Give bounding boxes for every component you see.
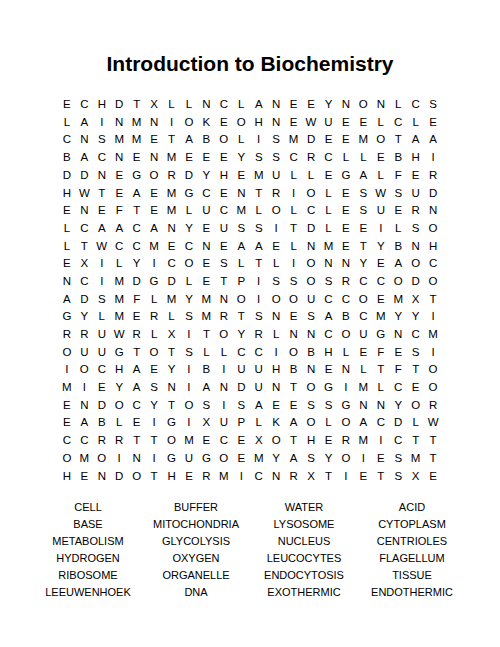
grid-cell-r11c19[interactable]: C <box>372 273 389 291</box>
grid-cell-r2c7[interactable]: I <box>163 114 180 132</box>
grid-cell-r11c3[interactable]: I <box>93 273 110 291</box>
grid-cell-r10c19[interactable]: E <box>372 255 389 273</box>
grid-cell-r9c13[interactable]: E <box>267 238 284 256</box>
grid-cell-r9c20[interactable]: B <box>390 238 407 256</box>
grid-cell-r10c20[interactable]: A <box>390 255 407 273</box>
grid-cell-r18c18[interactable]: N <box>355 397 372 415</box>
grid-cell-r13c20[interactable]: Y <box>390 308 407 326</box>
grid-cell-r22c5[interactable]: O <box>128 467 145 485</box>
grid-cell-r9c16[interactable]: M <box>320 238 337 256</box>
grid-cell-r21c7[interactable]: G <box>163 450 180 468</box>
grid-cell-r7c16[interactable]: L <box>320 202 337 220</box>
grid-cell-r19c4[interactable]: L <box>111 414 128 432</box>
grid-cell-r12c12[interactable]: I <box>250 291 267 309</box>
grid-cell-r8c14[interactable]: T <box>285 220 302 238</box>
grid-cell-r11c16[interactable]: S <box>320 273 337 291</box>
grid-cell-r20c18[interactable]: M <box>355 432 372 450</box>
grid-cell-r21c10[interactable]: O <box>215 450 232 468</box>
grid-cell-r5c14[interactable]: L <box>285 167 302 185</box>
grid-cell-r8c3[interactable]: A <box>93 220 110 238</box>
grid-cell-r9c22[interactable]: H <box>424 238 441 256</box>
grid-cell-r3c6[interactable]: E <box>145 131 162 149</box>
grid-cell-r3c11[interactable]: L <box>233 131 250 149</box>
grid-cell-r2c3[interactable]: I <box>93 114 110 132</box>
grid-cell-r10c15[interactable]: O <box>302 255 319 273</box>
grid-cell-r17c8[interactable]: I <box>180 379 197 397</box>
grid-cell-r7c10[interactable]: C <box>215 202 232 220</box>
grid-cell-r2c2[interactable]: A <box>76 114 93 132</box>
grid-cell-r22c7[interactable]: H <box>163 467 180 485</box>
grid-cell-r7c3[interactable]: E <box>93 202 110 220</box>
grid-cell-r19c21[interactable]: L <box>407 414 424 432</box>
grid-cell-r10c2[interactable]: X <box>76 255 93 273</box>
grid-cell-r16c20[interactable]: F <box>390 361 407 379</box>
grid-cell-r20c20[interactable]: C <box>390 432 407 450</box>
grid-cell-r4c21[interactable]: H <box>407 149 424 167</box>
grid-cell-r4c3[interactable]: C <box>93 149 110 167</box>
grid-cell-r3c1[interactable]: C <box>58 131 75 149</box>
grid-cell-r7c7[interactable]: M <box>163 202 180 220</box>
grid-cell-r15c9[interactable]: L <box>198 344 215 362</box>
grid-cell-r9c5[interactable]: C <box>128 238 145 256</box>
grid-cell-r19c10[interactable]: U <box>215 414 232 432</box>
grid-cell-r15c17[interactable]: L <box>337 344 354 362</box>
grid-cell-r8c5[interactable]: C <box>128 220 145 238</box>
grid-cell-r3c21[interactable]: A <box>407 131 424 149</box>
grid-cell-r22c1[interactable]: H <box>58 467 75 485</box>
grid-cell-r9c11[interactable]: A <box>233 238 250 256</box>
grid-cell-r10c7[interactable]: C <box>163 255 180 273</box>
grid-cell-r22c2[interactable]: E <box>76 467 93 485</box>
grid-cell-r12c4[interactable]: M <box>111 291 128 309</box>
grid-cell-r13c11[interactable]: T <box>233 308 250 326</box>
grid-cell-r13c1[interactable]: G <box>58 308 75 326</box>
grid-cell-r10c4[interactable]: L <box>111 255 128 273</box>
grid-cell-r12c9[interactable]: M <box>198 291 215 309</box>
grid-cell-r10c12[interactable]: T <box>250 255 267 273</box>
grid-cell-r1c3[interactable]: H <box>93 96 110 114</box>
grid-cell-r2c17[interactable]: E <box>337 114 354 132</box>
grid-cell-r2c12[interactable]: H <box>250 114 267 132</box>
grid-cell-r21c12[interactable]: M <box>250 450 267 468</box>
grid-cell-r4c8[interactable]: E <box>180 149 197 167</box>
grid-cell-r12c5[interactable]: F <box>128 291 145 309</box>
grid-cell-r15c5[interactable]: T <box>128 344 145 362</box>
grid-cell-r1c22[interactable]: S <box>424 96 441 114</box>
grid-cell-r16c15[interactable]: N <box>302 361 319 379</box>
grid-cell-r9c6[interactable]: M <box>145 238 162 256</box>
grid-cell-r1c21[interactable]: C <box>407 96 424 114</box>
grid-cell-r18c5[interactable]: C <box>128 397 145 415</box>
grid-cell-r9c2[interactable]: T <box>76 238 93 256</box>
grid-cell-r13c4[interactable]: M <box>111 308 128 326</box>
grid-cell-r7c1[interactable]: E <box>58 202 75 220</box>
grid-cell-r21c8[interactable]: U <box>180 450 197 468</box>
grid-cell-r18c11[interactable]: S <box>233 397 250 415</box>
grid-cell-r13c7[interactable]: L <box>163 308 180 326</box>
grid-cell-r19c13[interactable]: K <box>267 414 284 432</box>
grid-cell-r19c15[interactable]: O <box>302 414 319 432</box>
grid-cell-r22c16[interactable]: T <box>320 467 337 485</box>
grid-cell-r2c5[interactable]: M <box>128 114 145 132</box>
grid-cell-r2c15[interactable]: W <box>302 114 319 132</box>
grid-cell-r19c19[interactable]: C <box>372 414 389 432</box>
grid-cell-r3c2[interactable]: N <box>76 131 93 149</box>
grid-cell-r14c10[interactable]: O <box>215 326 232 344</box>
grid-cell-r17c10[interactable]: N <box>215 379 232 397</box>
grid-cell-r6c19[interactable]: W <box>372 184 389 202</box>
grid-cell-r21c11[interactable]: E <box>233 450 250 468</box>
grid-cell-r12c6[interactable]: L <box>145 291 162 309</box>
grid-cell-r16c5[interactable]: A <box>128 361 145 379</box>
grid-cell-r14c21[interactable]: C <box>407 326 424 344</box>
grid-cell-r12c11[interactable]: O <box>233 291 250 309</box>
grid-cell-r6c8[interactable]: G <box>180 184 197 202</box>
grid-cell-r19c5[interactable]: E <box>128 414 145 432</box>
grid-cell-r20c8[interactable]: M <box>180 432 197 450</box>
grid-cell-r21c9[interactable]: G <box>198 450 215 468</box>
grid-cell-r12c18[interactable]: O <box>355 291 372 309</box>
grid-cell-r19c9[interactable]: X <box>198 414 215 432</box>
grid-cell-r8c4[interactable]: A <box>111 220 128 238</box>
grid-cell-r3c18[interactable]: M <box>355 131 372 149</box>
grid-cell-r4c16[interactable]: C <box>320 149 337 167</box>
grid-cell-r14c12[interactable]: R <box>250 326 267 344</box>
grid-cell-r2c11[interactable]: O <box>233 114 250 132</box>
grid-cell-r8c17[interactable]: E <box>337 220 354 238</box>
grid-cell-r22c4[interactable]: D <box>111 467 128 485</box>
grid-cell-r11c13[interactable]: S <box>267 273 284 291</box>
grid-cell-r16c13[interactable]: H <box>267 361 284 379</box>
grid-cell-r19c16[interactable]: L <box>320 414 337 432</box>
grid-cell-r19c14[interactable]: A <box>285 414 302 432</box>
grid-cell-r1c16[interactable]: Y <box>320 96 337 114</box>
grid-cell-r6c14[interactable]: I <box>285 184 302 202</box>
grid-cell-r10c3[interactable]: I <box>93 255 110 273</box>
grid-cell-r11c2[interactable]: C <box>76 273 93 291</box>
grid-cell-r12c3[interactable]: S <box>93 291 110 309</box>
grid-cell-r13c17[interactable]: B <box>337 308 354 326</box>
grid-cell-r22c9[interactable]: R <box>198 467 215 485</box>
grid-cell-r7c5[interactable]: T <box>128 202 145 220</box>
grid-cell-r19c20[interactable]: D <box>390 414 407 432</box>
grid-cell-r16c6[interactable]: E <box>145 361 162 379</box>
grid-cell-r20c14[interactable]: T <box>285 432 302 450</box>
grid-cell-r8c9[interactable]: E <box>198 220 215 238</box>
grid-cell-r18c13[interactable]: E <box>267 397 284 415</box>
grid-cell-r18c2[interactable]: N <box>76 397 93 415</box>
grid-cell-r1c15[interactable]: E <box>302 96 319 114</box>
grid-cell-r1c6[interactable]: X <box>145 96 162 114</box>
grid-cell-r5c3[interactable]: N <box>93 167 110 185</box>
grid-cell-r10c17[interactable]: N <box>337 255 354 273</box>
grid-cell-r15c2[interactable]: U <box>76 344 93 362</box>
grid-cell-r4c4[interactable]: N <box>111 149 128 167</box>
grid-cell-r10c1[interactable]: E <box>58 255 75 273</box>
grid-cell-r13c16[interactable]: A <box>320 308 337 326</box>
grid-cell-r8c2[interactable]: C <box>76 220 93 238</box>
grid-cell-r7c12[interactable]: L <box>250 202 267 220</box>
grid-cell-r1c17[interactable]: N <box>337 96 354 114</box>
grid-cell-r10c14[interactable]: I <box>285 255 302 273</box>
grid-cell-r13c13[interactable]: N <box>267 308 284 326</box>
grid-cell-r2c9[interactable]: K <box>198 114 215 132</box>
grid-cell-r20c19[interactable]: I <box>372 432 389 450</box>
grid-cell-r16c4[interactable]: H <box>111 361 128 379</box>
grid-cell-r16c18[interactable]: L <box>355 361 372 379</box>
grid-cell-r16c16[interactable]: E <box>320 361 337 379</box>
grid-cell-r4c14[interactable]: C <box>285 149 302 167</box>
grid-cell-r6c22[interactable]: D <box>424 184 441 202</box>
grid-cell-r11c5[interactable]: D <box>128 273 145 291</box>
grid-cell-r14c15[interactable]: N <box>302 326 319 344</box>
grid-cell-r5c7[interactable]: R <box>163 167 180 185</box>
grid-cell-r14c18[interactable]: U <box>355 326 372 344</box>
grid-cell-r11c22[interactable]: O <box>424 273 441 291</box>
grid-cell-r22c15[interactable]: X <box>302 467 319 485</box>
grid-cell-r6c9[interactable]: C <box>198 184 215 202</box>
grid-cell-r16c11[interactable]: U <box>233 361 250 379</box>
grid-cell-r21c21[interactable]: M <box>407 450 424 468</box>
grid-cell-r9c17[interactable]: E <box>337 238 354 256</box>
grid-cell-r16c10[interactable]: I <box>215 361 232 379</box>
grid-cell-r1c2[interactable]: C <box>76 96 93 114</box>
grid-cell-r2c6[interactable]: N <box>145 114 162 132</box>
grid-cell-r5c1[interactable]: D <box>58 167 75 185</box>
grid-cell-r8c19[interactable]: I <box>372 220 389 238</box>
grid-cell-r12c14[interactable]: O <box>285 291 302 309</box>
grid-cell-r9c1[interactable]: L <box>58 238 75 256</box>
grid-cell-r21c19[interactable]: E <box>372 450 389 468</box>
grid-cell-r10c13[interactable]: L <box>267 255 284 273</box>
grid-cell-r5c2[interactable]: D <box>76 167 93 185</box>
grid-cell-r1c1[interactable]: E <box>58 96 75 114</box>
grid-cell-r14c3[interactable]: U <box>93 326 110 344</box>
grid-cell-r15c12[interactable]: C <box>250 344 267 362</box>
grid-cell-r20c1[interactable]: C <box>58 432 75 450</box>
grid-cell-r3c5[interactable]: M <box>128 131 145 149</box>
grid-cell-r10c22[interactable]: C <box>424 255 441 273</box>
grid-cell-r17c15[interactable]: O <box>302 379 319 397</box>
grid-cell-r4c10[interactable]: E <box>215 149 232 167</box>
grid-cell-r6c15[interactable]: O <box>302 184 319 202</box>
grid-cell-r6c12[interactable]: T <box>250 184 267 202</box>
grid-cell-r20c4[interactable]: R <box>111 432 128 450</box>
grid-cell-r9c3[interactable]: W <box>93 238 110 256</box>
grid-cell-r21c13[interactable]: Y <box>267 450 284 468</box>
grid-cell-r9c21[interactable]: N <box>407 238 424 256</box>
grid-cell-r1c11[interactable]: L <box>233 96 250 114</box>
grid-cell-r11c4[interactable]: M <box>111 273 128 291</box>
grid-cell-r15c4[interactable]: G <box>111 344 128 362</box>
grid-cell-r18c3[interactable]: D <box>93 397 110 415</box>
grid-cell-r17c9[interactable]: A <box>198 379 215 397</box>
grid-cell-r9c7[interactable]: E <box>163 238 180 256</box>
grid-cell-r22c11[interactable]: I <box>233 467 250 485</box>
grid-cell-r2c4[interactable]: N <box>111 114 128 132</box>
grid-cell-r17c16[interactable]: G <box>320 379 337 397</box>
grid-cell-r16c3[interactable]: C <box>93 361 110 379</box>
grid-cell-r20c5[interactable]: T <box>128 432 145 450</box>
grid-cell-r12c1[interactable]: A <box>58 291 75 309</box>
grid-cell-r21c5[interactable]: N <box>128 450 145 468</box>
grid-cell-r16c22[interactable]: O <box>424 361 441 379</box>
grid-cell-r10c21[interactable]: O <box>407 255 424 273</box>
grid-cell-r3c7[interactable]: T <box>163 131 180 149</box>
grid-cell-r5c15[interactable]: L <box>302 167 319 185</box>
grid-cell-r21c1[interactable]: O <box>58 450 75 468</box>
grid-cell-r16c19[interactable]: T <box>372 361 389 379</box>
grid-cell-r21c22[interactable]: T <box>424 450 441 468</box>
grid-cell-r3c20[interactable]: T <box>390 131 407 149</box>
grid-cell-r5c18[interactable]: A <box>355 167 372 185</box>
grid-cell-r14c6[interactable]: L <box>145 326 162 344</box>
grid-cell-r18c6[interactable]: Y <box>145 397 162 415</box>
grid-cell-r2c13[interactable]: N <box>267 114 284 132</box>
grid-cell-r16c1[interactable]: I <box>58 361 75 379</box>
grid-cell-r5c19[interactable]: L <box>372 167 389 185</box>
grid-cell-r5c22[interactable]: R <box>424 167 441 185</box>
grid-cell-r17c1[interactable]: M <box>58 379 75 397</box>
grid-cell-r15c16[interactable]: H <box>320 344 337 362</box>
grid-cell-r10c18[interactable]: Y <box>355 255 372 273</box>
grid-cell-r18c16[interactable]: S <box>320 397 337 415</box>
grid-cell-r6c11[interactable]: N <box>233 184 250 202</box>
grid-cell-r5c4[interactable]: E <box>111 167 128 185</box>
grid-cell-r14c13[interactable]: L <box>267 326 284 344</box>
grid-cell-r6c1[interactable]: H <box>58 184 75 202</box>
grid-cell-r15c15[interactable]: B <box>302 344 319 362</box>
grid-cell-r3c15[interactable]: D <box>302 131 319 149</box>
grid-cell-r18c10[interactable]: I <box>215 397 232 415</box>
grid-cell-r19c6[interactable]: I <box>145 414 162 432</box>
grid-cell-r19c1[interactable]: E <box>58 414 75 432</box>
grid-cell-r8c6[interactable]: A <box>145 220 162 238</box>
grid-cell-r8c12[interactable]: S <box>250 220 267 238</box>
grid-cell-r21c20[interactable]: S <box>390 450 407 468</box>
grid-cell-r10c9[interactable]: E <box>198 255 215 273</box>
grid-cell-r6c2[interactable]: W <box>76 184 93 202</box>
grid-cell-r20c12[interactable]: X <box>250 432 267 450</box>
grid-cell-r14c16[interactable]: C <box>320 326 337 344</box>
grid-cell-r22c17[interactable]: I <box>337 467 354 485</box>
grid-cell-r11c20[interactable]: O <box>390 273 407 291</box>
grid-cell-r1c10[interactable]: C <box>215 96 232 114</box>
grid-cell-r12c13[interactable]: O <box>267 291 284 309</box>
grid-cell-r1c19[interactable]: N <box>372 96 389 114</box>
grid-cell-r3c14[interactable]: M <box>285 131 302 149</box>
grid-cell-r7c22[interactable]: N <box>424 202 441 220</box>
grid-cell-r10c8[interactable]: O <box>180 255 197 273</box>
grid-cell-r19c17[interactable]: O <box>337 414 354 432</box>
grid-cell-r3c4[interactable]: M <box>111 131 128 149</box>
grid-cell-r7c6[interactable]: E <box>145 202 162 220</box>
grid-cell-r3c8[interactable]: A <box>180 131 197 149</box>
grid-cell-r20c10[interactable]: C <box>215 432 232 450</box>
grid-cell-r22c14[interactable]: R <box>285 467 302 485</box>
grid-cell-r6c21[interactable]: U <box>407 184 424 202</box>
grid-cell-r1c20[interactable]: L <box>390 96 407 114</box>
grid-cell-r14c2[interactable]: R <box>76 326 93 344</box>
grid-cell-r14c1[interactable]: R <box>58 326 75 344</box>
grid-cell-r13c5[interactable]: E <box>128 308 145 326</box>
grid-cell-r15c11[interactable]: C <box>233 344 250 362</box>
grid-cell-r17c7[interactable]: N <box>163 379 180 397</box>
grid-cell-r4c13[interactable]: S <box>267 149 284 167</box>
grid-cell-r1c12[interactable]: A <box>250 96 267 114</box>
grid-cell-r14c19[interactable]: G <box>372 326 389 344</box>
grid-cell-r13c12[interactable]: S <box>250 308 267 326</box>
grid-cell-r16c12[interactable]: U <box>250 361 267 379</box>
grid-cell-r14c17[interactable]: O <box>337 326 354 344</box>
grid-cell-r9c4[interactable]: C <box>111 238 128 256</box>
grid-cell-r19c18[interactable]: A <box>355 414 372 432</box>
grid-cell-r22c6[interactable]: T <box>145 467 162 485</box>
grid-cell-r15c3[interactable]: U <box>93 344 110 362</box>
grid-cell-r20c9[interactable]: E <box>198 432 215 450</box>
grid-cell-r18c20[interactable]: Y <box>390 397 407 415</box>
grid-cell-r1c4[interactable]: D <box>111 96 128 114</box>
grid-cell-r17c11[interactable]: D <box>233 379 250 397</box>
grid-cell-r18c15[interactable]: S <box>302 397 319 415</box>
grid-cell-r11c1[interactable]: N <box>58 273 75 291</box>
grid-cell-r8c7[interactable]: N <box>163 220 180 238</box>
grid-cell-r20c15[interactable]: H <box>302 432 319 450</box>
grid-cell-r12c10[interactable]: N <box>215 291 232 309</box>
grid-cell-r15c20[interactable]: E <box>390 344 407 362</box>
grid-cell-r14c9[interactable]: T <box>198 326 215 344</box>
grid-cell-r17c13[interactable]: N <box>267 379 284 397</box>
grid-cell-r16c9[interactable]: B <box>198 361 215 379</box>
grid-cell-r6c13[interactable]: R <box>267 184 284 202</box>
grid-cell-r10c16[interactable]: N <box>320 255 337 273</box>
grid-cell-r20c22[interactable]: T <box>424 432 441 450</box>
grid-cell-r13c21[interactable]: Y <box>407 308 424 326</box>
grid-cell-r17c4[interactable]: Y <box>111 379 128 397</box>
grid-cell-r2c18[interactable]: E <box>355 114 372 132</box>
grid-cell-r22c10[interactable]: M <box>215 467 232 485</box>
grid-cell-r6c20[interactable]: S <box>390 184 407 202</box>
grid-cell-r10c11[interactable]: L <box>233 255 250 273</box>
grid-cell-r9c8[interactable]: C <box>180 238 197 256</box>
grid-cell-r7c17[interactable]: E <box>337 202 354 220</box>
grid-cell-r18c8[interactable]: O <box>180 397 197 415</box>
grid-cell-r17c3[interactable]: E <box>93 379 110 397</box>
grid-cell-r4c7[interactable]: M <box>163 149 180 167</box>
grid-cell-r18c1[interactable]: E <box>58 397 75 415</box>
grid-cell-r15c1[interactable]: O <box>58 344 75 362</box>
grid-cell-r11c8[interactable]: L <box>180 273 197 291</box>
grid-cell-r12c19[interactable]: E <box>372 291 389 309</box>
grid-cell-r11c14[interactable]: S <box>285 273 302 291</box>
grid-cell-r1c9[interactable]: N <box>198 96 215 114</box>
grid-cell-r13c10[interactable]: R <box>215 308 232 326</box>
grid-cell-r22c19[interactable]: T <box>372 467 389 485</box>
grid-cell-r14c8[interactable]: I <box>180 326 197 344</box>
grid-cell-r22c20[interactable]: S <box>390 467 407 485</box>
grid-cell-r4c22[interactable]: I <box>424 149 441 167</box>
grid-cell-r1c8[interactable]: L <box>180 96 197 114</box>
grid-cell-r6c16[interactable]: L <box>320 184 337 202</box>
grid-cell-r3c19[interactable]: O <box>372 131 389 149</box>
grid-cell-r10c5[interactable]: Y <box>128 255 145 273</box>
grid-cell-r1c14[interactable]: E <box>285 96 302 114</box>
grid-cell-r21c14[interactable]: A <box>285 450 302 468</box>
grid-cell-r5c10[interactable]: H <box>215 167 232 185</box>
grid-cell-r15c7[interactable]: T <box>163 344 180 362</box>
grid-cell-r17c21[interactable]: E <box>407 379 424 397</box>
grid-cell-r11c15[interactable]: O <box>302 273 319 291</box>
